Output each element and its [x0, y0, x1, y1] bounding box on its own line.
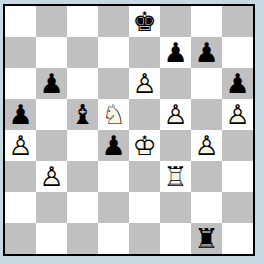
black-pawn[interactable]: ♟ — [160, 37, 191, 68]
square-h1[interactable] — [222, 223, 253, 254]
square-h6[interactable]: ♟ — [222, 68, 253, 99]
square-b1[interactable] — [36, 223, 67, 254]
square-h7[interactable] — [222, 37, 253, 68]
square-c6[interactable] — [67, 68, 98, 99]
square-g1[interactable]: ♜ — [191, 223, 222, 254]
square-e7[interactable] — [129, 37, 160, 68]
black-piece-glyph: ♟ — [191, 37, 222, 68]
square-e5[interactable] — [129, 99, 160, 130]
square-g8[interactable] — [191, 6, 222, 37]
chess-board: ♚♟♟♟♟♙♟♟♝♞♘♟♙♟♙♟♙♟♚♔♟♙♟♙♜♖♜ — [3, 4, 255, 256]
square-d7[interactable] — [98, 37, 129, 68]
square-c8[interactable] — [67, 6, 98, 37]
square-c5[interactable]: ♝ — [67, 99, 98, 130]
square-a7[interactable] — [5, 37, 36, 68]
square-g2[interactable] — [191, 192, 222, 223]
black-piece-glyph: ♟ — [98, 130, 129, 161]
white-pawn[interactable]: ♟♙ — [160, 99, 191, 130]
black-pawn[interactable]: ♟ — [36, 68, 67, 99]
square-e2[interactable] — [129, 192, 160, 223]
square-c2[interactable] — [67, 192, 98, 223]
black-pawn[interactable]: ♟ — [222, 68, 253, 99]
square-a1[interactable] — [5, 223, 36, 254]
square-a2[interactable] — [5, 192, 36, 223]
square-e1[interactable] — [129, 223, 160, 254]
black-piece-glyph: ♟ — [222, 68, 253, 99]
square-g7[interactable]: ♟ — [191, 37, 222, 68]
square-b8[interactable] — [36, 6, 67, 37]
square-b7[interactable] — [36, 37, 67, 68]
square-a8[interactable] — [5, 6, 36, 37]
black-pawn[interactable]: ♟ — [5, 99, 36, 130]
page-background: ♚♟♟♟♟♙♟♟♝♞♘♟♙♟♙♟♙♟♚♔♟♙♟♙♜♖♜ — [0, 0, 264, 264]
square-b3[interactable]: ♟♙ — [36, 161, 67, 192]
square-a3[interactable] — [5, 161, 36, 192]
white-rook[interactable]: ♜♖ — [160, 161, 191, 192]
square-h2[interactable] — [222, 192, 253, 223]
white-piece-outline-glyph: ♙ — [191, 130, 222, 161]
square-f6[interactable] — [160, 68, 191, 99]
square-a6[interactable] — [5, 68, 36, 99]
square-f2[interactable] — [160, 192, 191, 223]
black-rook[interactable]: ♜ — [191, 223, 222, 254]
square-g4[interactable]: ♟♙ — [191, 130, 222, 161]
square-d4[interactable]: ♟ — [98, 130, 129, 161]
square-h5[interactable]: ♟♙ — [222, 99, 253, 130]
square-h4[interactable] — [222, 130, 253, 161]
square-c7[interactable] — [67, 37, 98, 68]
black-piece-glyph: ♟ — [5, 99, 36, 130]
square-f4[interactable] — [160, 130, 191, 161]
white-pawn[interactable]: ♟♙ — [5, 130, 36, 161]
square-a4[interactable]: ♟♙ — [5, 130, 36, 161]
white-piece-outline-glyph: ♙ — [36, 161, 67, 192]
square-e6[interactable]: ♟♙ — [129, 68, 160, 99]
square-g6[interactable] — [191, 68, 222, 99]
square-d5[interactable]: ♞♘ — [98, 99, 129, 130]
black-piece-glyph: ♜ — [191, 223, 222, 254]
square-f1[interactable] — [160, 223, 191, 254]
square-d6[interactable] — [98, 68, 129, 99]
white-piece-outline-glyph: ♙ — [129, 68, 160, 99]
square-h8[interactable] — [222, 6, 253, 37]
white-pawn[interactable]: ♟♙ — [129, 68, 160, 99]
square-d1[interactable] — [98, 223, 129, 254]
black-piece-glyph: ♚ — [129, 6, 160, 37]
white-piece-outline-glyph: ♙ — [5, 130, 36, 161]
square-f5[interactable]: ♟♙ — [160, 99, 191, 130]
square-g3[interactable] — [191, 161, 222, 192]
square-b2[interactable] — [36, 192, 67, 223]
white-piece-outline-glyph: ♙ — [222, 99, 253, 130]
square-b5[interactable] — [36, 99, 67, 130]
black-piece-glyph: ♟ — [160, 37, 191, 68]
white-knight[interactable]: ♞♘ — [98, 99, 129, 130]
square-a5[interactable]: ♟ — [5, 99, 36, 130]
black-piece-glyph: ♝ — [67, 99, 98, 130]
square-f8[interactable] — [160, 6, 191, 37]
square-g5[interactable] — [191, 99, 222, 130]
square-c1[interactable] — [67, 223, 98, 254]
square-b4[interactable] — [36, 130, 67, 161]
square-e8[interactable]: ♚ — [129, 6, 160, 37]
black-piece-glyph: ♟ — [36, 68, 67, 99]
square-f7[interactable]: ♟ — [160, 37, 191, 68]
white-pawn[interactable]: ♟♙ — [36, 161, 67, 192]
white-pawn[interactable]: ♟♙ — [191, 130, 222, 161]
square-c3[interactable] — [67, 161, 98, 192]
white-piece-outline-glyph: ♙ — [160, 99, 191, 130]
white-pawn[interactable]: ♟♙ — [222, 99, 253, 130]
square-d8[interactable] — [98, 6, 129, 37]
black-pawn[interactable]: ♟ — [98, 130, 129, 161]
square-e3[interactable] — [129, 161, 160, 192]
white-king[interactable]: ♚♔ — [129, 130, 160, 161]
black-bishop[interactable]: ♝ — [67, 99, 98, 130]
white-piece-outline-glyph: ♖ — [160, 161, 191, 192]
white-piece-outline-glyph: ♔ — [129, 130, 160, 161]
square-d3[interactable] — [98, 161, 129, 192]
square-e4[interactable]: ♚♔ — [129, 130, 160, 161]
square-d2[interactable] — [98, 192, 129, 223]
square-h3[interactable] — [222, 161, 253, 192]
square-b6[interactable]: ♟ — [36, 68, 67, 99]
white-piece-outline-glyph: ♘ — [98, 99, 129, 130]
black-pawn[interactable]: ♟ — [191, 37, 222, 68]
black-king[interactable]: ♚ — [129, 6, 160, 37]
square-f3[interactable]: ♜♖ — [160, 161, 191, 192]
square-c4[interactable] — [67, 130, 98, 161]
